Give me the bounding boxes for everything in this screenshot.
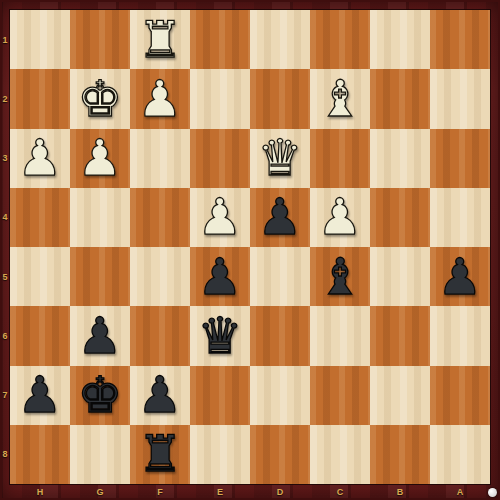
square-g7[interactable]: ♚ bbox=[70, 366, 130, 425]
square-e2[interactable] bbox=[190, 69, 250, 128]
file-label-d: D bbox=[250, 484, 310, 500]
side-to-move-indicator bbox=[488, 488, 497, 497]
piece-black-king-g7[interactable]: ♚ bbox=[78, 370, 123, 420]
square-b8[interactable] bbox=[370, 425, 430, 484]
square-d5[interactable] bbox=[250, 247, 310, 306]
square-b3[interactable] bbox=[370, 129, 430, 188]
file-label-c: C bbox=[310, 484, 370, 500]
square-b1[interactable] bbox=[370, 10, 430, 69]
square-a7[interactable] bbox=[430, 366, 490, 425]
file-labels: HGFEDCBA bbox=[10, 484, 490, 500]
square-b4[interactable] bbox=[370, 188, 430, 247]
square-g5[interactable] bbox=[70, 247, 130, 306]
square-f6[interactable] bbox=[130, 306, 190, 365]
piece-white-pawn-h3[interactable]: ♟ bbox=[18, 133, 63, 183]
file-label-e: E bbox=[190, 484, 250, 500]
square-h4[interactable] bbox=[10, 188, 70, 247]
piece-white-pawn-f2[interactable]: ♟ bbox=[138, 74, 183, 124]
file-label-g: G bbox=[70, 484, 130, 500]
piece-white-pawn-c4[interactable]: ♟ bbox=[318, 192, 363, 242]
square-c8[interactable] bbox=[310, 425, 370, 484]
square-d7[interactable] bbox=[250, 366, 310, 425]
square-h2[interactable] bbox=[10, 69, 70, 128]
square-h3[interactable]: ♟ bbox=[10, 129, 70, 188]
square-b7[interactable] bbox=[370, 366, 430, 425]
square-f8[interactable]: ♜ bbox=[130, 425, 190, 484]
square-e6[interactable]: ♛ bbox=[190, 306, 250, 365]
square-g4[interactable] bbox=[70, 188, 130, 247]
square-g3[interactable]: ♟ bbox=[70, 129, 130, 188]
square-f5[interactable] bbox=[130, 247, 190, 306]
square-b2[interactable] bbox=[370, 69, 430, 128]
square-g8[interactable] bbox=[70, 425, 130, 484]
piece-black-queen-e6[interactable]: ♛ bbox=[198, 311, 243, 361]
square-e8[interactable] bbox=[190, 425, 250, 484]
square-g1[interactable] bbox=[70, 10, 130, 69]
square-e3[interactable] bbox=[190, 129, 250, 188]
square-d2[interactable] bbox=[250, 69, 310, 128]
piece-black-pawn-f7[interactable]: ♟ bbox=[138, 370, 183, 420]
piece-black-rook-f8[interactable]: ♜ bbox=[138, 429, 183, 479]
square-e5[interactable]: ♟ bbox=[190, 247, 250, 306]
piece-black-pawn-d4[interactable]: ♟ bbox=[258, 192, 303, 242]
square-f3[interactable] bbox=[130, 129, 190, 188]
square-a8[interactable] bbox=[430, 425, 490, 484]
square-c5[interactable]: ♝ bbox=[310, 247, 370, 306]
chess-board-frame: ♜♚♟♝♟♟♛♟♟♟♟♝♟♟♛♟♚♟♜ 12345678 HGFEDCBA bbox=[0, 0, 500, 500]
square-d6[interactable] bbox=[250, 306, 310, 365]
rank-label-6: 6 bbox=[0, 306, 10, 365]
square-f2[interactable]: ♟ bbox=[130, 69, 190, 128]
square-a1[interactable] bbox=[430, 10, 490, 69]
square-g2[interactable]: ♚ bbox=[70, 69, 130, 128]
square-c7[interactable] bbox=[310, 366, 370, 425]
square-h6[interactable] bbox=[10, 306, 70, 365]
square-h5[interactable] bbox=[10, 247, 70, 306]
rank-label-8: 8 bbox=[0, 425, 10, 484]
square-d1[interactable] bbox=[250, 10, 310, 69]
square-g6[interactable]: ♟ bbox=[70, 306, 130, 365]
chess-board: ♜♚♟♝♟♟♛♟♟♟♟♝♟♟♛♟♚♟♜ bbox=[10, 10, 490, 484]
rank-labels: 12345678 bbox=[0, 10, 10, 484]
square-c2[interactable]: ♝ bbox=[310, 69, 370, 128]
square-a2[interactable] bbox=[430, 69, 490, 128]
piece-black-pawn-a5[interactable]: ♟ bbox=[438, 252, 483, 302]
square-a5[interactable]: ♟ bbox=[430, 247, 490, 306]
square-f1[interactable]: ♜ bbox=[130, 10, 190, 69]
square-f4[interactable] bbox=[130, 188, 190, 247]
square-d4[interactable]: ♟ bbox=[250, 188, 310, 247]
piece-white-king-g2[interactable]: ♚ bbox=[78, 74, 123, 124]
square-a4[interactable] bbox=[430, 188, 490, 247]
piece-black-pawn-e5[interactable]: ♟ bbox=[198, 252, 243, 302]
piece-black-pawn-h7[interactable]: ♟ bbox=[18, 370, 63, 420]
square-c1[interactable] bbox=[310, 10, 370, 69]
square-e4[interactable]: ♟ bbox=[190, 188, 250, 247]
square-e1[interactable] bbox=[190, 10, 250, 69]
rank-label-1: 1 bbox=[0, 10, 10, 69]
rank-label-3: 3 bbox=[0, 129, 10, 188]
piece-white-bishop-c2[interactable]: ♝ bbox=[318, 74, 363, 124]
square-h7[interactable]: ♟ bbox=[10, 366, 70, 425]
square-h1[interactable] bbox=[10, 10, 70, 69]
file-label-h: H bbox=[10, 484, 70, 500]
square-d8[interactable] bbox=[250, 425, 310, 484]
piece-black-pawn-g6[interactable]: ♟ bbox=[78, 311, 123, 361]
rank-label-2: 2 bbox=[0, 69, 10, 128]
rank-label-7: 7 bbox=[0, 366, 10, 425]
file-label-f: F bbox=[130, 484, 190, 500]
square-c4[interactable]: ♟ bbox=[310, 188, 370, 247]
square-b6[interactable] bbox=[370, 306, 430, 365]
rank-label-4: 4 bbox=[0, 188, 10, 247]
piece-white-pawn-g3[interactable]: ♟ bbox=[78, 133, 123, 183]
square-a3[interactable] bbox=[430, 129, 490, 188]
square-h8[interactable] bbox=[10, 425, 70, 484]
square-f7[interactable]: ♟ bbox=[130, 366, 190, 425]
file-label-a: A bbox=[430, 484, 490, 500]
piece-white-pawn-e4[interactable]: ♟ bbox=[198, 192, 243, 242]
file-label-b: B bbox=[370, 484, 430, 500]
square-b5[interactable] bbox=[370, 247, 430, 306]
square-c3[interactable] bbox=[310, 129, 370, 188]
piece-white-queen-d3[interactable]: ♛ bbox=[258, 133, 303, 183]
square-a6[interactable] bbox=[430, 306, 490, 365]
square-e7[interactable] bbox=[190, 366, 250, 425]
rank-label-5: 5 bbox=[0, 247, 10, 306]
piece-black-bishop-c5[interactable]: ♝ bbox=[318, 252, 363, 302]
square-d3[interactable]: ♛ bbox=[250, 129, 310, 188]
square-c6[interactable] bbox=[310, 306, 370, 365]
piece-white-rook-f1[interactable]: ♜ bbox=[138, 15, 183, 65]
